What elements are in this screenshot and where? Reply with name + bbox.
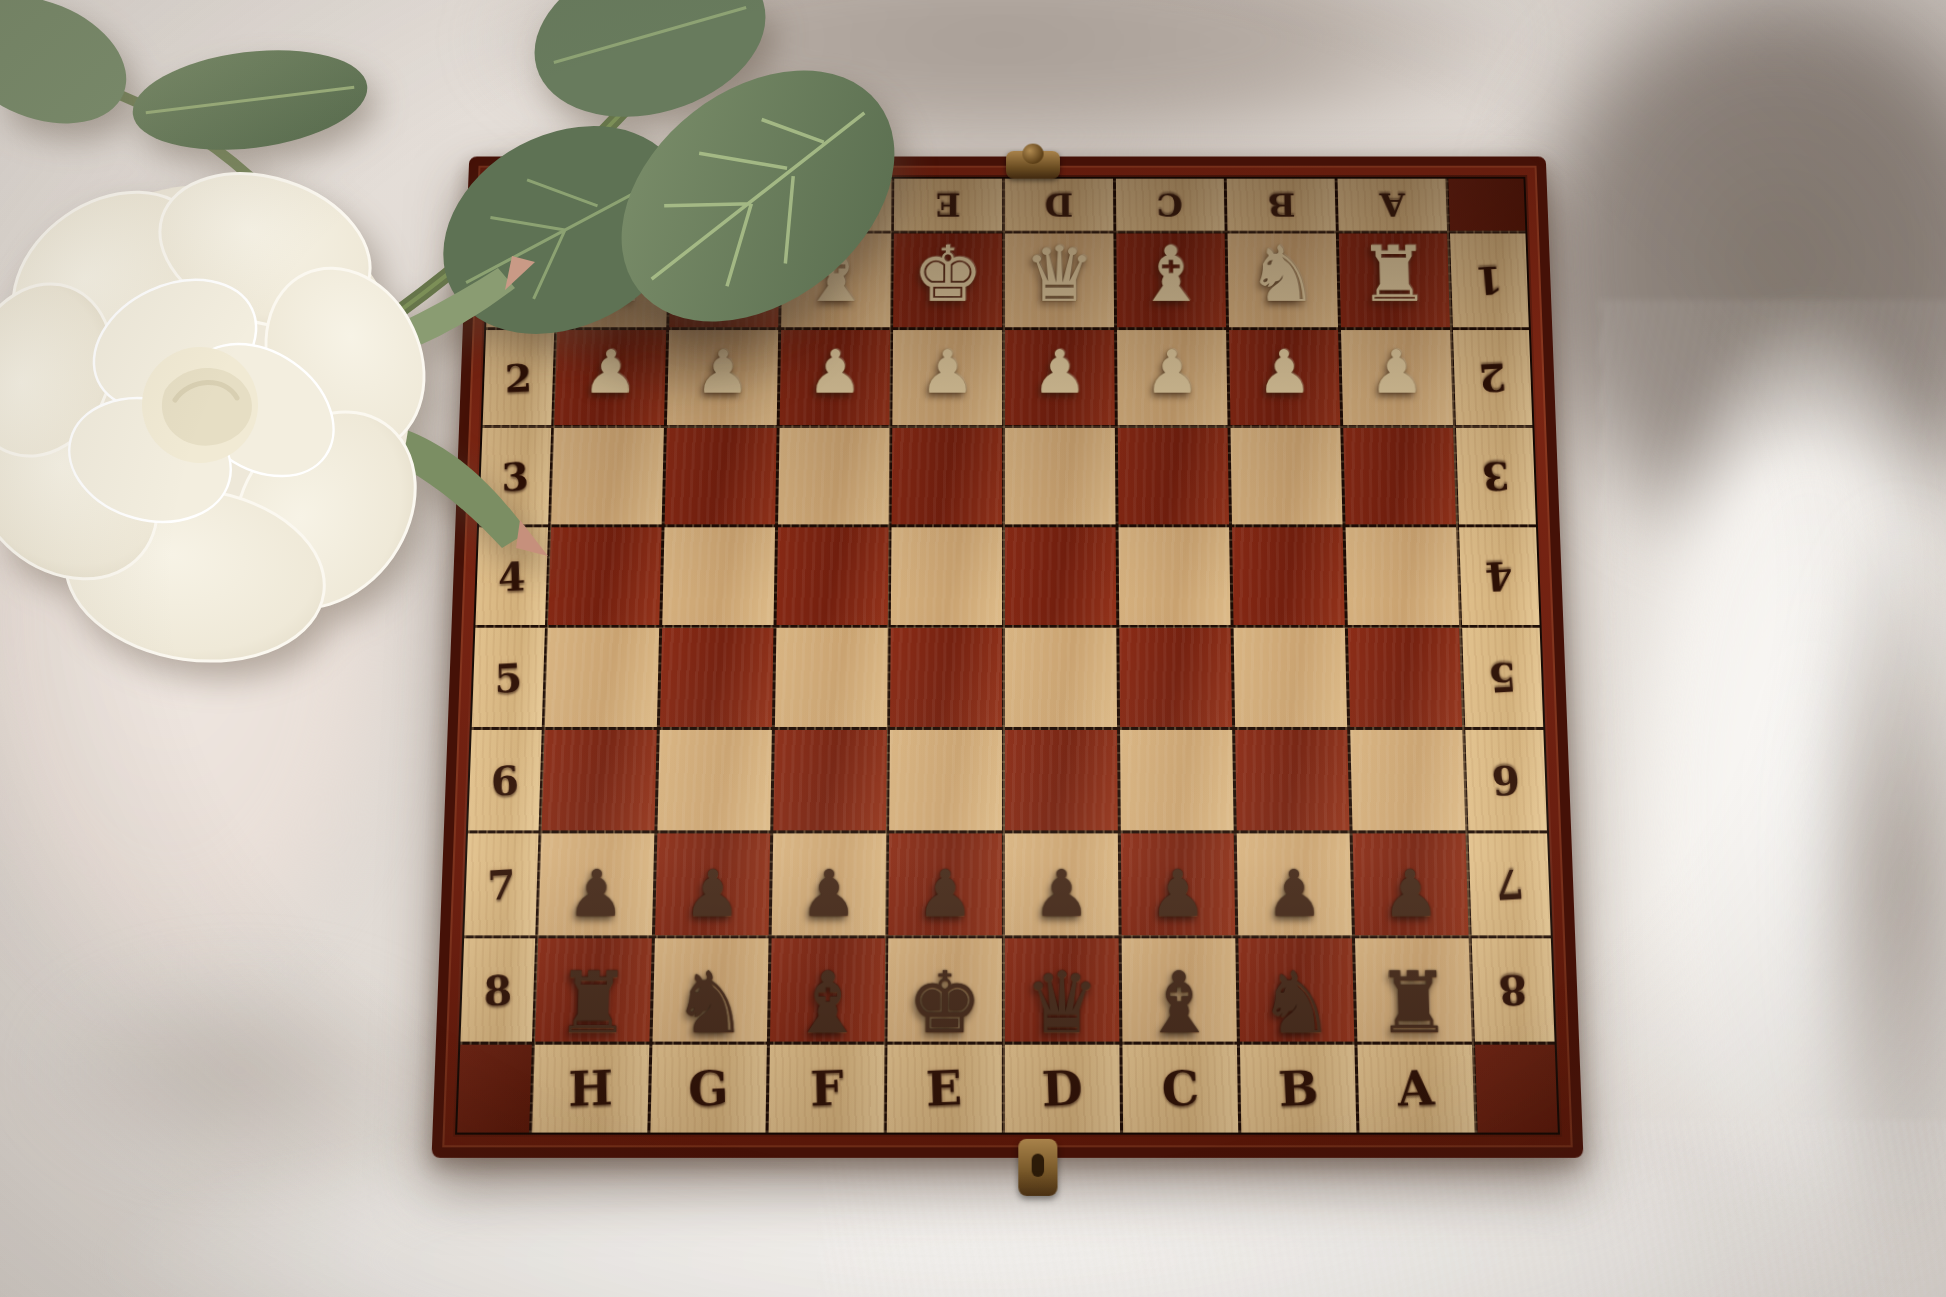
blanket-fur-texture-right: [1600, 300, 1946, 1200]
square-a3[interactable]: [1343, 428, 1456, 524]
square-d4[interactable]: [1005, 527, 1116, 625]
square-d1[interactable]: ♛: [1005, 233, 1114, 327]
file-label-bottom-G: G: [650, 1045, 766, 1133]
black-rook-a8[interactable]: ♜: [1375, 961, 1452, 1046]
black-king-e8[interactable]: ♚: [907, 961, 982, 1046]
square-g7[interactable]: ♟: [655, 833, 770, 935]
square-d5[interactable]: [1005, 628, 1117, 727]
white-knight-b1[interactable]: ♞: [1246, 236, 1319, 313]
blanket-fold-right-shadow: [1770, 380, 1946, 1297]
square-b6[interactable]: [1235, 730, 1349, 830]
rank-label-right-8: 8: [1472, 938, 1555, 1041]
file-label-top-C: C: [1116, 179, 1225, 231]
square-e5[interactable]: [890, 628, 1002, 727]
square-e8[interactable]: ♚: [887, 938, 1001, 1041]
square-a5[interactable]: [1348, 628, 1462, 727]
square-c8[interactable]: ♝: [1122, 938, 1237, 1041]
square-d7[interactable]: ♟: [1005, 833, 1119, 935]
square-f4[interactable]: [776, 527, 888, 625]
rank-label-left-5: 5: [472, 628, 545, 727]
rank-label-left-2: 2: [483, 330, 555, 425]
file-label-top-E: E: [894, 179, 1002, 231]
black-rook-h8[interactable]: ♜: [555, 961, 632, 1046]
black-knight-b8[interactable]: ♞: [1258, 961, 1335, 1046]
rank-label-left-7: 7: [464, 833, 538, 935]
square-f6[interactable]: [773, 730, 887, 830]
file-label-top-D: D: [1005, 179, 1113, 231]
white-king-e1[interactable]: ♚: [912, 236, 984, 313]
white-pawn-f2[interactable]: ♟: [807, 342, 863, 402]
white-bishop-c1[interactable]: ♝: [1135, 236, 1207, 313]
rank-label-right-7: 7: [1468, 833, 1550, 935]
rank-label-right-4: 4: [1459, 527, 1540, 625]
square-f1[interactable]: ♝: [781, 233, 891, 327]
file-label-top-G: G: [671, 179, 780, 231]
square-h8[interactable]: ♜: [535, 938, 652, 1041]
file-label-bottom-E: E: [887, 1045, 1002, 1133]
black-bishop-f8[interactable]: ♝: [790, 961, 866, 1046]
black-pawn-a7[interactable]: ♟: [1381, 861, 1440, 925]
white-pawn-g2[interactable]: ♟: [695, 342, 751, 402]
square-e7[interactable]: ♟: [888, 833, 1002, 935]
rose-flower: [0, 148, 453, 677]
file-label-top-H: H: [560, 179, 670, 231]
square-h4[interactable]: [548, 527, 662, 625]
file-label-bottom-D: D: [1005, 1045, 1120, 1133]
square-a8[interactable]: ♜: [1355, 938, 1472, 1041]
white-queen-d1[interactable]: ♛: [1024, 236, 1096, 313]
square-e4[interactable]: [891, 527, 1002, 625]
square-h5[interactable]: [545, 628, 659, 727]
square-b7[interactable]: ♟: [1237, 833, 1352, 935]
square-c6[interactable]: [1120, 730, 1234, 830]
chess-board: HGFEDCBA1♜♞♝♚♛♝♞♜12♟♟♟♟♟♟♟♟2334455667♟♟♟…: [432, 157, 1584, 1158]
black-pawn-c7[interactable]: ♟: [1149, 861, 1207, 925]
white-knight-g1[interactable]: ♞: [688, 236, 761, 313]
frame-corner-bottom-right: [1475, 1045, 1558, 1133]
square-c5[interactable]: [1119, 628, 1232, 727]
file-label-bottom-B: B: [1240, 1045, 1356, 1133]
square-g2[interactable]: ♟: [667, 330, 778, 425]
board-grid: HGFEDCBA1♜♞♝♚♛♝♞♜12♟♟♟♟♟♟♟♟2334455667♟♟♟…: [455, 177, 1560, 1135]
white-pawn-h2[interactable]: ♟: [582, 342, 639, 402]
black-bishop-c8[interactable]: ♝: [1141, 961, 1217, 1046]
square-b8[interactable]: ♞: [1238, 938, 1354, 1041]
white-pawn-c2[interactable]: ♟: [1144, 342, 1200, 402]
square-c3[interactable]: [1118, 428, 1229, 524]
square-g5[interactable]: [660, 628, 774, 727]
black-knight-g8[interactable]: ♞: [672, 961, 749, 1046]
file-label-top-B: B: [1227, 179, 1336, 231]
square-h7[interactable]: ♟: [538, 833, 654, 935]
square-d6[interactable]: [1005, 730, 1118, 830]
rank-label-right-6: 6: [1465, 730, 1547, 830]
black-pawn-d7[interactable]: ♟: [1033, 861, 1090, 925]
square-g3[interactable]: [665, 428, 777, 524]
square-f2[interactable]: ♟: [780, 330, 891, 425]
rank-label-left-4: 4: [475, 527, 548, 625]
rank-label-left-1: 1: [486, 233, 557, 327]
black-pawn-g7[interactable]: ♟: [683, 861, 741, 925]
photo-scene: HGFEDCBA1♜♞♝♚♛♝♞♜12♟♟♟♟♟♟♟♟2334455667♟♟♟…: [0, 0, 1946, 1297]
square-a7[interactable]: ♟: [1353, 833, 1469, 935]
square-c4[interactable]: [1119, 527, 1231, 625]
square-c7[interactable]: ♟: [1121, 833, 1235, 935]
file-label-top-A: A: [1338, 179, 1448, 231]
white-rook-a1[interactable]: ♜: [1357, 236, 1430, 313]
white-pawn-b2[interactable]: ♟: [1256, 342, 1312, 402]
square-g4[interactable]: [662, 527, 775, 625]
square-h1[interactable]: ♜: [557, 233, 668, 327]
frame-corner-bottom-left: [457, 1045, 532, 1133]
black-pawn-e7[interactable]: ♟: [917, 861, 974, 925]
square-d3[interactable]: [1005, 428, 1116, 524]
square-b5[interactable]: [1234, 628, 1348, 727]
rank-label-left-8: 8: [460, 938, 535, 1041]
brass-hinge: [1006, 151, 1060, 179]
black-pawn-f7[interactable]: ♟: [800, 861, 858, 925]
square-f8[interactable]: ♝: [770, 938, 885, 1041]
rank-label-right-5: 5: [1462, 628, 1543, 727]
rank-label-right-1: 1: [1450, 233, 1529, 327]
rank-label-left-6: 6: [468, 730, 542, 830]
brass-latch[interactable]: [1018, 1139, 1057, 1196]
square-g8[interactable]: ♞: [652, 938, 768, 1041]
square-h3[interactable]: [551, 428, 664, 524]
square-e3[interactable]: [892, 428, 1003, 524]
file-label-bottom-H: H: [532, 1045, 649, 1133]
square-b1[interactable]: ♞: [1228, 233, 1338, 327]
square-e6[interactable]: [889, 730, 1002, 830]
square-a4[interactable]: [1346, 527, 1460, 625]
square-g1[interactable]: ♞: [669, 233, 780, 327]
file-label-bottom-A: A: [1357, 1045, 1474, 1133]
square-b4[interactable]: [1232, 527, 1345, 625]
square-d2[interactable]: ♟: [1005, 330, 1115, 425]
square-f7[interactable]: ♟: [772, 833, 886, 935]
square-f5[interactable]: [775, 628, 888, 727]
file-label-top-F: F: [783, 179, 892, 231]
square-f3[interactable]: [778, 428, 889, 524]
white-pawn-a2[interactable]: ♟: [1368, 342, 1425, 402]
square-a1[interactable]: ♜: [1339, 233, 1450, 327]
rank-label-right-3: 3: [1456, 428, 1536, 524]
white-bishop-f1[interactable]: ♝: [800, 236, 872, 313]
rank-label-right-2: 2: [1453, 330, 1532, 425]
square-h2[interactable]: ♟: [554, 330, 666, 425]
square-e1[interactable]: ♚: [893, 233, 1002, 327]
square-c2[interactable]: ♟: [1117, 330, 1227, 425]
file-label-bottom-F: F: [769, 1045, 885, 1133]
black-queen-d8[interactable]: ♛: [1025, 961, 1100, 1046]
white-pawn-e2[interactable]: ♟: [920, 342, 975, 402]
square-a2[interactable]: ♟: [1341, 330, 1453, 425]
black-pawn-b7[interactable]: ♟: [1265, 861, 1323, 925]
rank-label-left-3: 3: [479, 428, 551, 524]
frame-corner-top-left: [490, 179, 559, 231]
square-b2[interactable]: ♟: [1229, 330, 1340, 425]
file-label-bottom-C: C: [1122, 1045, 1238, 1133]
square-h6[interactable]: [542, 730, 657, 830]
square-g6[interactable]: [657, 730, 771, 830]
black-pawn-h7[interactable]: ♟: [567, 861, 626, 925]
blanket-fold-left: [0, 120, 480, 1120]
white-rook-h1[interactable]: ♜: [576, 236, 649, 313]
square-e2[interactable]: ♟: [892, 330, 1002, 425]
white-pawn-d2[interactable]: ♟: [1032, 342, 1087, 402]
square-a6[interactable]: [1350, 730, 1465, 830]
square-c1[interactable]: ♝: [1116, 233, 1226, 327]
frame-corner-top-right: [1448, 179, 1525, 231]
square-d8[interactable]: ♛: [1005, 938, 1119, 1041]
blanket-fold-right-band: [1560, 180, 1946, 1297]
square-b3[interactable]: [1231, 428, 1343, 524]
